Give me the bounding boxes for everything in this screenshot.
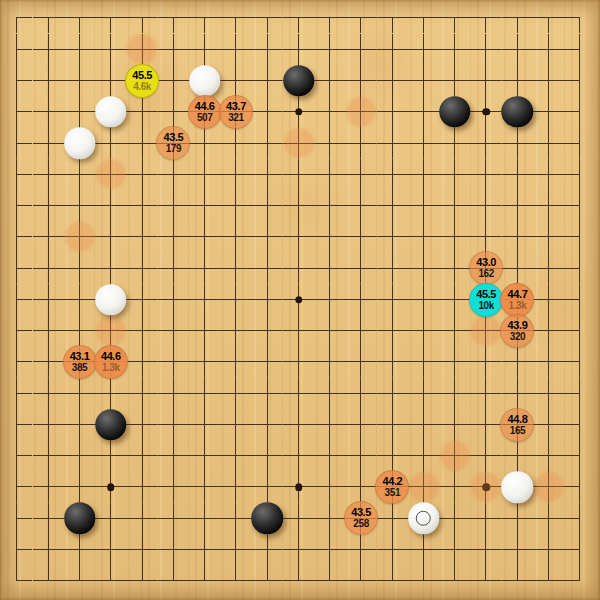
candidate-move-annotation[interactable]: 45.54.6k (125, 64, 159, 98)
visits-value: 351 (385, 488, 401, 498)
winrate-value: 44.7 (508, 289, 528, 300)
winrate-value: 44.2 (382, 476, 402, 487)
star-point (107, 483, 115, 491)
faint-candidate (534, 472, 564, 502)
winrate-value: 45.5 (132, 70, 152, 81)
faint-candidate (96, 159, 126, 189)
black-stone (283, 65, 315, 97)
winrate-value: 43.5 (163, 132, 183, 143)
candidate-move-annotation[interactable]: 43.0162 (469, 251, 503, 285)
candidate-move-annotation[interactable]: 44.61.3k (94, 345, 128, 379)
go-board: 45.54.6k44.650743.732143.517943.016245.5… (0, 0, 600, 600)
visits-value: 10k (478, 301, 494, 311)
candidate-move-annotation[interactable]: 43.7321 (219, 95, 253, 129)
faint-candidate (96, 316, 126, 346)
star-point (295, 296, 303, 304)
winrate-value: 44.6 (101, 351, 121, 362)
winrate-value: 43.7 (226, 101, 246, 112)
visits-value: 1.3k (102, 363, 120, 373)
winrate-value: 45.5 (476, 289, 496, 300)
faint-candidate (471, 472, 501, 502)
black-stone (251, 503, 283, 535)
candidate-move-annotation[interactable]: 44.8165 (500, 408, 534, 442)
candidate-move-annotation[interactable]: 43.9320 (500, 314, 534, 348)
winrate-value: 43.5 (351, 507, 371, 518)
white-stone (95, 284, 127, 316)
white-stone (64, 127, 96, 159)
visits-value: 321 (228, 113, 244, 123)
white-stone (189, 65, 221, 97)
faint-candidate (65, 222, 95, 252)
winrate-value: 43.1 (70, 351, 90, 362)
winrate-value: 44.8 (508, 414, 528, 425)
candidate-move-annotation[interactable]: 43.1385 (63, 345, 97, 379)
visits-value: 162 (478, 269, 494, 279)
visits-value: 258 (353, 519, 369, 529)
star-point (482, 108, 490, 116)
star-point (295, 483, 303, 491)
star-point (295, 108, 303, 116)
black-stone (502, 96, 534, 128)
visits-value: 507 (197, 113, 213, 123)
white-stone (408, 503, 440, 535)
black-stone (64, 503, 96, 535)
faint-candidate (127, 34, 157, 64)
candidate-move-annotation[interactable]: 44.71.3k (500, 283, 534, 317)
black-stone (95, 409, 127, 441)
last-move-marker (416, 511, 431, 526)
visits-value: 1.3k (509, 301, 527, 311)
visits-value: 4.6k (133, 82, 151, 92)
candidate-move-annotation[interactable]: 44.6507 (188, 95, 222, 129)
visits-value: 165 (510, 426, 526, 436)
visits-value: 320 (510, 332, 526, 342)
candidate-move-annotation[interactable]: 43.5258 (344, 501, 378, 535)
faint-candidate (346, 97, 376, 127)
candidate-move-annotation[interactable]: 43.5179 (156, 126, 190, 160)
faint-candidate (440, 441, 470, 471)
faint-candidate (471, 316, 501, 346)
winrate-value: 43.0 (476, 257, 496, 268)
board-pieces-layer: 45.54.6k44.650743.732143.517943.016245.5… (0, 0, 600, 600)
winrate-value: 43.9 (508, 320, 528, 331)
black-stone (439, 96, 471, 128)
white-stone (95, 96, 127, 128)
faint-candidate (284, 128, 314, 158)
visits-value: 179 (166, 144, 182, 154)
candidate-move-annotation[interactable]: 44.2351 (375, 470, 409, 504)
winrate-value: 44.6 (195, 101, 215, 112)
faint-candidate (409, 472, 439, 502)
white-stone (502, 471, 534, 503)
candidate-move-annotation[interactable]: 45.510k (469, 283, 503, 317)
visits-value: 385 (72, 363, 88, 373)
